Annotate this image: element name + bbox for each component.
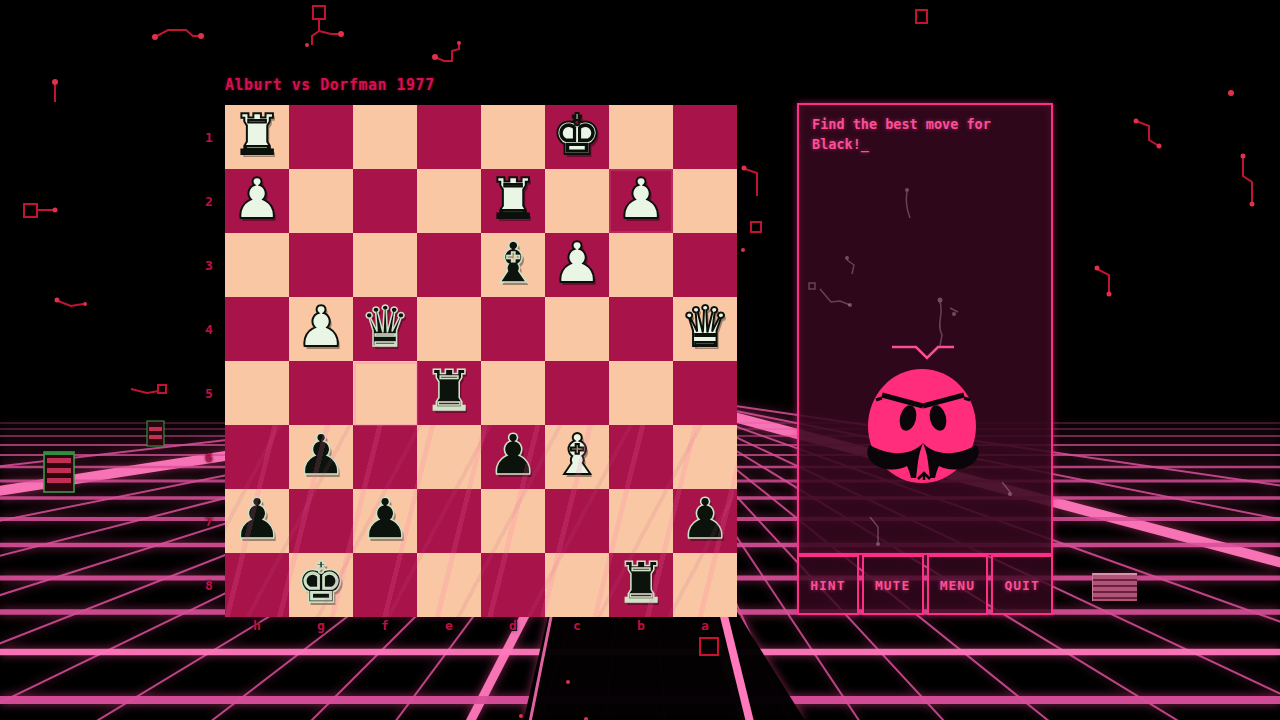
square-g4[interactable]: ♟ — [289, 297, 353, 361]
square-e1[interactable] — [417, 105, 481, 169]
square-c2[interactable] — [545, 169, 609, 233]
square-a2[interactable] — [673, 169, 737, 233]
quit-button[interactable]: QUIT — [991, 555, 1053, 615]
square-g3[interactable] — [289, 233, 353, 297]
piece-black-pawn: ♟ — [488, 427, 538, 483]
square-a1[interactable] — [673, 105, 737, 169]
square-e3[interactable] — [417, 233, 481, 297]
square-e8[interactable] — [417, 553, 481, 617]
piece-white-queen: ♛ — [680, 299, 730, 355]
square-g1[interactable] — [289, 105, 353, 169]
square-c5[interactable] — [545, 361, 609, 425]
piece-white-rook: ♜ — [232, 107, 282, 163]
rank-label-8: 8 — [199, 553, 219, 617]
square-b5[interactable] — [609, 361, 673, 425]
square-f5[interactable] — [353, 361, 417, 425]
square-b1[interactable] — [609, 105, 673, 169]
piece-white-pawn: ♟ — [296, 299, 346, 355]
piece-white-king: ♚ — [552, 107, 602, 163]
square-e5[interactable]: ♜ — [417, 361, 481, 425]
square-d2[interactable]: ♜ — [481, 169, 545, 233]
piece-black-pawn: ♟ — [360, 491, 410, 547]
piece-black-pawn: ♟ — [232, 491, 282, 547]
square-g5[interactable] — [289, 361, 353, 425]
square-b7[interactable] — [609, 489, 673, 553]
menu-button[interactable]: MENU — [927, 555, 989, 615]
square-b6[interactable] — [609, 425, 673, 489]
square-d5[interactable] — [481, 361, 545, 425]
square-a6[interactable] — [673, 425, 737, 489]
piece-black-pawn: ♟ — [680, 491, 730, 547]
square-g8[interactable]: ♚ — [289, 553, 353, 617]
file-labels: hgfedcba — [225, 618, 737, 638]
game-screen: Alburt vs Dorfman 1977 12345678 ♜♚♟♜♟♝♟♟… — [0, 0, 1280, 720]
rank-label-1: 1 — [199, 105, 219, 169]
square-e2[interactable] — [417, 169, 481, 233]
rank-label-4: 4 — [199, 297, 219, 361]
rank-label-3: 3 — [199, 233, 219, 297]
square-d6[interactable]: ♟ — [481, 425, 545, 489]
square-f8[interactable] — [353, 553, 417, 617]
square-h8[interactable] — [225, 553, 289, 617]
piece-white-pawn: ♟ — [232, 171, 282, 227]
file-label-c: c — [545, 618, 609, 638]
message-panel: Find the best move for Black!_ — [797, 103, 1053, 555]
square-h4[interactable] — [225, 297, 289, 361]
square-b8[interactable]: ♜ — [609, 553, 673, 617]
square-c4[interactable] — [545, 297, 609, 361]
game-title: Alburt vs Dorfman 1977 — [225, 76, 435, 94]
square-a5[interactable] — [673, 361, 737, 425]
square-e7[interactable] — [417, 489, 481, 553]
square-f7[interactable]: ♟ — [353, 489, 417, 553]
square-a8[interactable] — [673, 553, 737, 617]
square-g2[interactable] — [289, 169, 353, 233]
square-b4[interactable] — [609, 297, 673, 361]
hint-button[interactable]: HINT — [797, 555, 859, 615]
v-anger-mark-icon — [892, 347, 954, 358]
chess-board[interactable]: ♜♚♟♜♟♝♟♟♛♛♜♟♟♝♟♟♟♚♜ — [225, 105, 737, 617]
square-c8[interactable] — [545, 553, 609, 617]
square-c6[interactable]: ♝ — [545, 425, 609, 489]
piece-white-pawn: ♟ — [616, 171, 666, 227]
piece-black-rook: ♜ — [616, 555, 666, 611]
square-a4[interactable]: ♛ — [673, 297, 737, 361]
rank-label-5: 5 — [199, 361, 219, 425]
piece-white-rook: ♜ — [488, 171, 538, 227]
square-d8[interactable] — [481, 553, 545, 617]
file-label-a: a — [673, 618, 737, 638]
piece-black-pawn: ♟ — [296, 427, 346, 483]
square-b2[interactable]: ♟ — [609, 169, 673, 233]
piece-white-bishop: ♝ — [552, 427, 602, 483]
square-f3[interactable] — [353, 233, 417, 297]
small-sign-icon — [1092, 573, 1137, 601]
file-label-e: e — [417, 618, 481, 638]
square-h5[interactable] — [225, 361, 289, 425]
rank-labels: 12345678 — [199, 105, 219, 617]
square-f6[interactable] — [353, 425, 417, 489]
square-c7[interactable] — [545, 489, 609, 553]
square-h6[interactable] — [225, 425, 289, 489]
square-a7[interactable]: ♟ — [673, 489, 737, 553]
file-label-d: d — [481, 618, 545, 638]
square-f1[interactable] — [353, 105, 417, 169]
square-h2[interactable]: ♟ — [225, 169, 289, 233]
square-d7[interactable] — [481, 489, 545, 553]
file-label-h: h — [225, 618, 289, 638]
square-h1[interactable]: ♜ — [225, 105, 289, 169]
file-label-b: b — [609, 618, 673, 638]
square-a3[interactable] — [673, 233, 737, 297]
square-d1[interactable] — [481, 105, 545, 169]
square-b3[interactable] — [609, 233, 673, 297]
square-h7[interactable]: ♟ — [225, 489, 289, 553]
square-g6[interactable]: ♟ — [289, 425, 353, 489]
piece-white-pawn: ♟ — [552, 235, 602, 291]
rank-label-6: 6 — [199, 425, 219, 489]
panel-artwork — [799, 105, 1051, 553]
piece-black-queen: ♛ — [360, 299, 410, 355]
square-c1[interactable]: ♚ — [545, 105, 609, 169]
file-label-g: g — [289, 618, 353, 638]
square-d4[interactable] — [481, 297, 545, 361]
square-d3[interactable]: ♝ — [481, 233, 545, 297]
piece-black-rook: ♜ — [424, 363, 474, 419]
rank-label-7: 7 — [199, 489, 219, 553]
square-c3[interactable]: ♟ — [545, 233, 609, 297]
square-f4[interactable]: ♛ — [353, 297, 417, 361]
angry-face-icon — [867, 369, 979, 483]
piece-black-bishop: ♝ — [488, 235, 538, 291]
square-f2[interactable] — [353, 169, 417, 233]
square-h3[interactable] — [225, 233, 289, 297]
menu-button-row: HINT MUTE MENU QUIT — [797, 555, 1053, 615]
mute-button[interactable]: MUTE — [862, 555, 924, 615]
square-g7[interactable] — [289, 489, 353, 553]
square-e6[interactable] — [417, 425, 481, 489]
rank-label-2: 2 — [199, 169, 219, 233]
square-e4[interactable] — [417, 297, 481, 361]
file-label-f: f — [353, 618, 417, 638]
piece-black-king: ♚ — [296, 555, 346, 611]
